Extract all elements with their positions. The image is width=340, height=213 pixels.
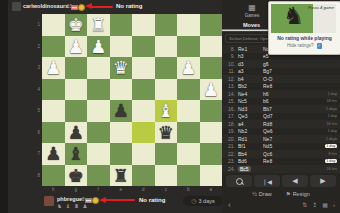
square-a1[interactable] xyxy=(200,14,223,36)
square-g7[interactable]: ♝ xyxy=(65,143,88,165)
move-number: 18. xyxy=(224,121,238,127)
rank-label: 5 xyxy=(32,100,40,122)
file-label: b xyxy=(177,187,200,194)
white-move[interactable]: Qe3 xyxy=(238,113,263,119)
file-label: g xyxy=(65,187,88,194)
move-number: 20. xyxy=(224,136,238,142)
square-g5[interactable] xyxy=(65,100,88,122)
square-h3[interactable]: ♟ xyxy=(42,57,65,79)
move-number: 16. xyxy=(224,106,238,112)
rank-label: 1 xyxy=(32,14,40,36)
square-b1[interactable] xyxy=(177,14,200,36)
analysis-button[interactable] xyxy=(226,175,252,187)
share-icon[interactable]: ↥ xyxy=(312,200,317,210)
annotation-arrow-top xyxy=(91,6,113,8)
square-b7[interactable] xyxy=(177,143,200,165)
rank-label: 3 xyxy=(32,57,40,79)
black-move[interactable]: h6 xyxy=(263,91,288,97)
square-h7[interactable]: ♟ xyxy=(42,143,65,165)
move-number: 12. xyxy=(224,76,238,82)
square-c1[interactable] xyxy=(155,14,178,36)
square-h6[interactable] xyxy=(42,122,65,144)
move-row: 15.Nc5b618 hrs xyxy=(222,98,340,106)
black-move[interactable]: Qc6 xyxy=(263,151,288,157)
board-grid-icon: ▦ xyxy=(248,4,256,12)
half-point-icon: ½ xyxy=(252,191,257,197)
white-move[interactable]: d3 xyxy=(238,61,263,67)
square-h2[interactable] xyxy=(42,36,65,58)
file-labels: hgfedcba xyxy=(42,187,222,194)
resign-button[interactable]: ⚑ Resign xyxy=(286,191,310,197)
square-f3[interactable] xyxy=(87,57,110,79)
white-move[interactable]: a3 xyxy=(238,68,263,74)
move-time: 1 day xyxy=(288,159,338,163)
white-P-piece: ♟ xyxy=(203,79,219,101)
black-P-piece: ♟ xyxy=(113,100,129,122)
white-move[interactable]: Bb4 xyxy=(238,151,263,157)
annotation-arrow-bottom xyxy=(105,199,135,201)
square-f5[interactable] xyxy=(87,100,110,122)
square-g6[interactable]: ♟ xyxy=(65,122,88,144)
move-number: 23. xyxy=(224,158,238,164)
magnifier-icon xyxy=(236,178,243,185)
square-c2[interactable] xyxy=(155,36,178,58)
move-controls: ❘◀ ◀ ▶ xyxy=(222,173,340,189)
chess-board: ♚♜♟♟♟♛♟♟♟♝♟♛♟♝♚♜ xyxy=(42,14,222,186)
black-move[interactable]: Re8 xyxy=(263,83,288,89)
move-time: 1 day xyxy=(288,114,338,118)
popover-image: ♞ Forza 4 game xyxy=(271,4,336,33)
move-number: 11. xyxy=(224,68,238,74)
white-move[interactable]: Re1 xyxy=(238,46,263,52)
move-row: 23.Bd6Re81 day xyxy=(222,158,340,166)
knight-image-icon: ♞ xyxy=(283,4,305,30)
square-d8[interactable] xyxy=(132,165,155,187)
move-row: 13.Bb2Re8 xyxy=(222,83,340,91)
square-e6[interactable] xyxy=(110,122,133,144)
black-move[interactable]: Rd8 xyxy=(263,121,288,127)
file-label: e xyxy=(110,187,133,194)
square-g3[interactable] xyxy=(65,57,88,79)
rank-label: 7 xyxy=(32,143,40,165)
rank-label: 6 xyxy=(32,122,40,144)
square-a5[interactable] xyxy=(200,100,223,122)
move-list: 8.Re1Nc69.h3e510.d3g611.a3Bg712.b4O-O13.… xyxy=(222,45,340,173)
white-move[interactable]: Bf1 xyxy=(238,143,263,149)
white-R-piece: ♜ xyxy=(90,14,106,36)
forward-button[interactable]: ▶ xyxy=(310,175,336,187)
square-d5[interactable] xyxy=(132,100,155,122)
move-row: 24.Bc516 hrs xyxy=(222,165,340,173)
square-f6[interactable] xyxy=(87,122,110,144)
move-row: 12.b4O-O xyxy=(222,75,340,83)
square-g1[interactable]: ♚ xyxy=(65,14,88,36)
square-g8[interactable]: ♚ xyxy=(65,165,88,187)
flag-resign-icon: ⚑ xyxy=(286,191,291,197)
no-rating-popover: ♞ Forza 4 game No rating while playing H… xyxy=(268,1,340,55)
white-move[interactable]: b4 xyxy=(238,76,263,82)
square-c8[interactable] xyxy=(155,165,178,187)
square-f4[interactable] xyxy=(87,79,110,101)
avatar[interactable] xyxy=(12,2,21,11)
clock-icon: ◷ xyxy=(191,198,196,204)
hide-ratings-row: Hide ratings? ✓ xyxy=(269,43,340,49)
move-time: 2 days xyxy=(288,137,338,141)
black-move[interactable]: Re8 xyxy=(263,158,288,164)
no-rating-label-bottom: No rating xyxy=(139,197,165,203)
square-b2[interactable] xyxy=(177,36,200,58)
flag-icon xyxy=(71,5,78,11)
move-number: 15. xyxy=(224,98,238,104)
square-e3[interactable]: ♛ xyxy=(110,57,133,79)
square-e5[interactable]: ♟ xyxy=(110,100,133,122)
square-b3[interactable]: ♟ xyxy=(177,57,200,79)
move-number: 13. xyxy=(224,83,238,89)
flip-board-icon[interactable]: ⇅ xyxy=(302,200,307,210)
square-d4[interactable] xyxy=(132,79,155,101)
black-B-piece: ♝ xyxy=(68,143,84,165)
membership-coin-icon xyxy=(92,197,99,204)
white-P-piece: ♟ xyxy=(45,57,61,79)
black-move[interactable]: g6 xyxy=(263,61,288,67)
move-time: 16 hrs xyxy=(288,167,338,171)
square-e1[interactable] xyxy=(110,14,133,36)
black-move[interactable]: O-O xyxy=(263,76,288,82)
white-move[interactable]: Ne4 xyxy=(238,91,263,97)
white-B-piece: ♝ xyxy=(158,100,174,122)
file-label: h xyxy=(42,187,65,194)
square-a4[interactable]: ♟ xyxy=(200,79,223,101)
white-P-piece: ♟ xyxy=(180,57,196,79)
file-label: c xyxy=(155,187,178,194)
black-move[interactable]: Qd7 xyxy=(263,113,288,119)
rank-label: 2 xyxy=(32,36,40,58)
game-actions: ½ Draw ⚑ Resign xyxy=(222,189,340,199)
white-move[interactable]: Bd6 xyxy=(238,158,263,164)
black-K-piece: ♚ xyxy=(68,165,84,187)
square-h8[interactable] xyxy=(42,165,65,187)
black-move[interactable]: b6 xyxy=(263,98,288,104)
black-move[interactable]: Nd5 xyxy=(263,143,288,149)
white-move[interactable]: Bc5 xyxy=(238,166,263,172)
square-a2[interactable] xyxy=(200,36,223,58)
square-c4[interactable] xyxy=(155,79,178,101)
move-number: 9. xyxy=(224,53,238,59)
move-row: 21.Bf1Nd51 day xyxy=(222,143,340,151)
square-f7[interactable] xyxy=(87,143,110,165)
move-time: 16 hrs xyxy=(288,122,338,126)
black-R-piece: ♜ xyxy=(113,165,129,187)
draw-button[interactable]: ½ Draw xyxy=(252,191,271,197)
square-b5[interactable] xyxy=(177,100,200,122)
no-rating-label-top: No rating xyxy=(116,3,142,9)
move-number: 10. xyxy=(224,61,238,67)
skip-to-start-button[interactable]: ❘◀ xyxy=(254,175,280,187)
move-row: 22.Bb4Qc68 hrs xyxy=(222,150,340,158)
square-d6[interactable] xyxy=(132,122,155,144)
square-a8[interactable] xyxy=(200,165,223,187)
square-d2[interactable] xyxy=(132,36,155,58)
move-time: 2 days xyxy=(288,107,338,111)
square-e8[interactable]: ♜ xyxy=(110,165,133,187)
square-h4[interactable] xyxy=(42,79,65,101)
white-K-piece: ♚ xyxy=(68,14,84,36)
white-Q-piece: ♛ xyxy=(113,57,129,79)
move-row: 20.Rd1Ne72 days xyxy=(222,135,340,143)
square-c6[interactable]: ♛ xyxy=(155,122,178,144)
square-h1[interactable] xyxy=(42,14,65,36)
chevron-left-icon[interactable]: ‹ xyxy=(228,200,231,210)
rank-label: 8 xyxy=(32,165,40,187)
membership-coin-icon xyxy=(78,4,85,11)
move-row: 10.d3g6 xyxy=(222,60,340,68)
popover-caption: Forza 4 game xyxy=(308,5,334,10)
move-number: 14. xyxy=(224,91,238,97)
player-name-bottom[interactable]: phbregue xyxy=(57,196,82,202)
square-d7[interactable] xyxy=(132,143,155,165)
file-label: f xyxy=(87,187,110,194)
move-time: 18 hrs xyxy=(288,99,338,103)
move-time: 1 day xyxy=(288,129,338,133)
move-time: 1 day xyxy=(288,144,338,148)
move-number: 22. xyxy=(224,151,238,157)
chess-app: carlwoldinosaurx 10 No rating 12345678 ♚… xyxy=(0,0,340,213)
black-move[interactable]: Qe6 xyxy=(263,128,288,134)
player-name-top[interactable]: carlwoldinosaurx xyxy=(23,3,68,9)
square-e4[interactable] xyxy=(110,79,133,101)
square-b8[interactable] xyxy=(177,165,200,187)
hide-ratings-label: Hide ratings? xyxy=(287,43,314,48)
square-d1[interactable] xyxy=(132,14,155,36)
move-row: 11.a3Bg7 xyxy=(222,68,340,76)
captured-pieces: ♞ ♝ ♜ ♟ xyxy=(57,203,88,209)
move-time: 8 hrs xyxy=(288,152,338,156)
move-number: 21. xyxy=(224,143,238,149)
black-move[interactable]: Bb7 xyxy=(263,106,288,112)
layout-icon[interactable]: ▦ xyxy=(322,200,328,210)
back-button[interactable]: ◀ xyxy=(282,175,308,187)
square-e2[interactable] xyxy=(110,36,133,58)
square-a3[interactable] xyxy=(200,57,223,79)
hide-ratings-checkbox[interactable]: ✓ xyxy=(317,43,323,49)
move-time: 1 day xyxy=(288,92,338,96)
white-move[interactable]: Nc5 xyxy=(238,98,263,104)
daily-clock: ◷ 3 days xyxy=(183,196,223,206)
square-f1[interactable]: ♜ xyxy=(87,14,110,36)
move-row: 19.Nb2Qe61 day xyxy=(222,128,340,136)
white-move[interactable]: Bb2 xyxy=(238,83,263,89)
move-row: 17.Qe3Qd71 day xyxy=(222,113,340,121)
white-move[interactable]: h3 xyxy=(238,53,263,59)
move-row: 16.Nd3Bb72 days xyxy=(222,105,340,113)
move-row: 18.a4Rd816 hrs xyxy=(222,120,340,128)
popover-title: No rating while playing xyxy=(269,35,340,41)
avatar[interactable] xyxy=(44,196,54,206)
rank-labels: 12345678 xyxy=(32,14,40,186)
move-number: 19. xyxy=(224,128,238,134)
black-P-piece: ♟ xyxy=(68,122,84,144)
white-P-piece: ♟ xyxy=(68,36,84,58)
square-c7[interactable] xyxy=(155,143,178,165)
file-label: d xyxy=(132,187,155,194)
chevron-right-icon[interactable]: › xyxy=(333,200,335,210)
file-label: a xyxy=(200,187,223,194)
black-move[interactable]: Ne7 xyxy=(263,136,288,142)
square-c5[interactable]: ♝ xyxy=(155,100,178,122)
white-move[interactable]: Nd3 xyxy=(238,106,263,112)
square-b4[interactable] xyxy=(177,79,200,101)
square-d3[interactable] xyxy=(132,57,155,79)
move-row: 14.Ne4h61 day xyxy=(222,90,340,98)
black-Q-piece: ♛ xyxy=(158,122,174,144)
square-f8[interactable] xyxy=(87,165,110,187)
square-h5[interactable] xyxy=(42,100,65,122)
square-c3[interactable] xyxy=(155,57,178,79)
square-e7[interactable] xyxy=(110,143,133,165)
sidebar-footer: ‹ ⇅ ↥ ▦ › xyxy=(222,199,340,211)
square-g2[interactable]: ♟ xyxy=(65,36,88,58)
square-a7[interactable] xyxy=(200,143,223,165)
black-P-piece: ♟ xyxy=(45,143,61,165)
left-nav-rail xyxy=(0,0,8,213)
black-move[interactable]: Bg7 xyxy=(263,68,288,74)
move-number: 17. xyxy=(224,113,238,119)
square-g4[interactable] xyxy=(65,79,88,101)
white-move[interactable]: Nb2 xyxy=(238,128,263,134)
clock-value: 3 days xyxy=(199,198,215,204)
white-P-piece: ♟ xyxy=(90,36,106,58)
white-move[interactable]: a4 xyxy=(238,121,263,127)
move-number: 8. xyxy=(224,46,238,52)
move-number: 24. xyxy=(224,166,238,172)
white-move[interactable]: Rd1 xyxy=(238,136,263,142)
rank-label: 4 xyxy=(32,79,40,101)
square-b6[interactable] xyxy=(177,122,200,144)
square-f2[interactable]: ♟ xyxy=(87,36,110,58)
square-a6[interactable] xyxy=(200,122,223,144)
